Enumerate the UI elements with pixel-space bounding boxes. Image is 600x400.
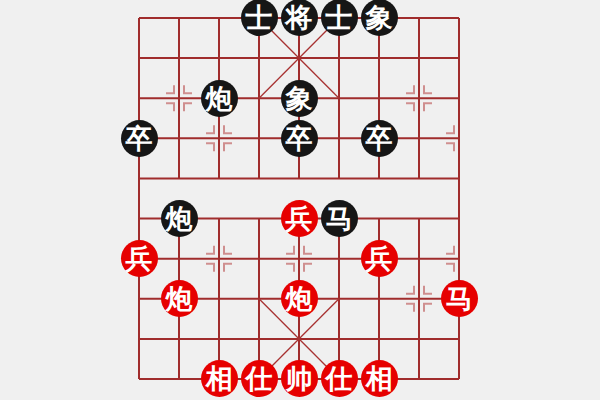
piece-black-elephant[interactable]: 象 [281, 80, 318, 117]
piece-black-soldier[interactable]: 卒 [281, 120, 318, 157]
piece-black-advisor[interactable]: 士 [321, 0, 358, 36]
piece-black-soldier[interactable]: 卒 [121, 120, 158, 157]
piece-black-cannon[interactable]: 炮 [161, 200, 198, 237]
piece-black-elephant[interactable]: 象 [361, 0, 398, 36]
piece-red-advisor[interactable]: 仕 [321, 360, 358, 397]
pieces-layer: 士将士象炮象卒卒卒炮兵马兵兵炮炮马相仕帅仕相 [119, 0, 479, 399]
piece-black-soldier[interactable]: 卒 [361, 120, 398, 157]
piece-red-soldier[interactable]: 兵 [361, 240, 398, 277]
piece-red-general[interactable]: 帅 [281, 360, 318, 397]
piece-red-elephant[interactable]: 相 [361, 360, 398, 397]
piece-red-horse[interactable]: 马 [441, 280, 478, 317]
piece-black-advisor[interactable]: 士 [241, 0, 278, 36]
piece-red-elephant[interactable]: 相 [201, 360, 238, 397]
piece-black-cannon[interactable]: 炮 [201, 80, 238, 117]
piece-black-general[interactable]: 将 [281, 0, 318, 36]
piece-red-soldier[interactable]: 兵 [121, 240, 158, 277]
xiangqi-board[interactable]: 士将士象炮象卒卒卒炮兵马兵兵炮炮马相仕帅仕相 [0, 0, 600, 400]
piece-black-horse[interactable]: 马 [321, 200, 358, 237]
piece-red-cannon[interactable]: 炮 [161, 280, 198, 317]
piece-red-advisor[interactable]: 仕 [241, 360, 278, 397]
piece-red-cannon[interactable]: 炮 [281, 280, 318, 317]
piece-red-soldier[interactable]: 兵 [281, 200, 318, 237]
